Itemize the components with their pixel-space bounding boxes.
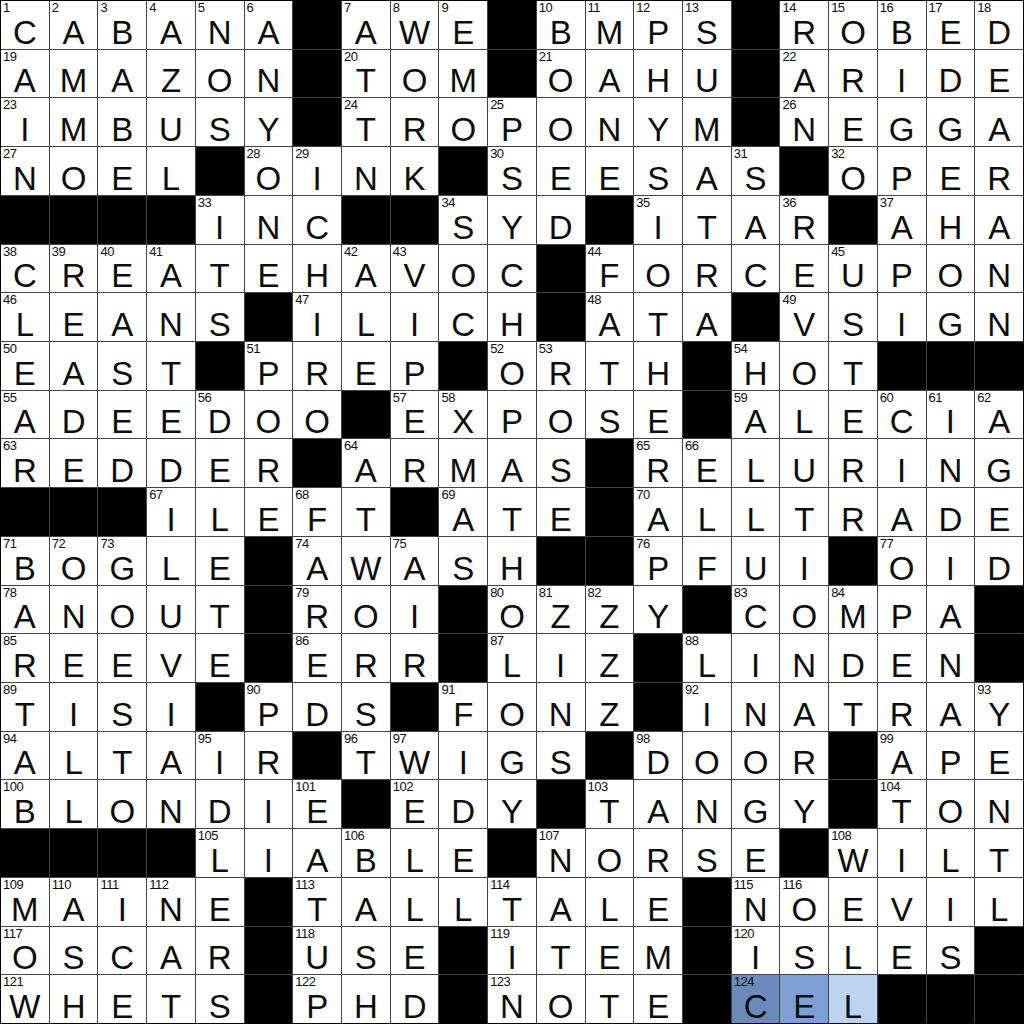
grid-cell[interactable]: 32O: [829, 147, 877, 195]
grid-cell[interactable]: A: [50, 342, 98, 390]
grid-cell[interactable]: E: [147, 391, 195, 439]
grid-cell[interactable]: 104T: [878, 780, 926, 828]
grid-cell[interactable]: 8W: [391, 1, 439, 49]
grid-cell[interactable]: O: [98, 586, 146, 634]
grid-cell[interactable]: 81Z: [537, 586, 585, 634]
grid-cell[interactable]: 17E: [927, 1, 975, 49]
grid-cell[interactable]: 63R: [1, 439, 49, 487]
grid-cell[interactable]: 3B: [98, 1, 146, 49]
grid-cell[interactable]: 74A: [293, 537, 341, 585]
grid-cell[interactable]: D: [927, 50, 975, 98]
grid-cell[interactable]: R: [245, 732, 293, 780]
grid-cell[interactable]: I: [391, 586, 439, 634]
grid-cell[interactable]: 124C: [732, 975, 780, 1023]
grid-cell[interactable]: 47I: [293, 293, 341, 341]
grid-cell[interactable]: 27N: [1, 147, 49, 195]
grid-cell[interactable]: 59A: [732, 391, 780, 439]
grid-cell[interactable]: 87L: [488, 634, 536, 682]
grid-cell[interactable]: N: [537, 683, 585, 731]
grid-cell[interactable]: 83C: [732, 586, 780, 634]
grid-cell[interactable]: R: [391, 98, 439, 146]
grid-cell[interactable]: N: [147, 780, 195, 828]
grid-cell[interactable]: I: [439, 732, 487, 780]
grid-cell[interactable]: 107N: [537, 829, 585, 877]
grid-cell[interactable]: C: [439, 293, 487, 341]
grid-cell[interactable]: 105L: [196, 829, 244, 877]
grid-cell[interactable]: L: [50, 780, 98, 828]
grid-cell[interactable]: I: [878, 50, 926, 98]
grid-cell[interactable]: S: [634, 147, 682, 195]
grid-cell[interactable]: O: [927, 245, 975, 293]
grid-cell[interactable]: D: [439, 780, 487, 828]
grid-cell[interactable]: 118U: [293, 927, 341, 975]
grid-cell[interactable]: R: [975, 147, 1023, 195]
grid-cell[interactable]: I: [50, 683, 98, 731]
grid-cell[interactable]: E: [975, 50, 1023, 98]
grid-cell[interactable]: E: [537, 147, 585, 195]
grid-cell[interactable]: 18D: [975, 1, 1023, 49]
grid-cell[interactable]: E: [829, 878, 877, 926]
grid-cell[interactable]: K: [391, 147, 439, 195]
grid-cell[interactable]: D: [829, 634, 877, 682]
grid-cell[interactable]: R: [829, 439, 877, 487]
grid-cell[interactable]: O: [196, 50, 244, 98]
grid-cell[interactable]: A: [927, 586, 975, 634]
grid-cell[interactable]: 120I: [732, 927, 780, 975]
grid-cell[interactable]: H: [488, 293, 536, 341]
grid-cell[interactable]: E: [537, 488, 585, 536]
grid-cell[interactable]: M: [50, 50, 98, 98]
grid-cell[interactable]: 108W: [829, 829, 877, 877]
grid-cell[interactable]: 123N: [488, 975, 536, 1023]
grid-cell[interactable]: 24T: [342, 98, 390, 146]
grid-cell[interactable]: S: [537, 732, 585, 780]
grid-cell[interactable]: E: [634, 878, 682, 926]
grid-cell[interactable]: S: [342, 927, 390, 975]
grid-cell[interactable]: O: [245, 391, 293, 439]
grid-cell[interactable]: L: [732, 439, 780, 487]
grid-cell[interactable]: 41A: [147, 245, 195, 293]
grid-cell[interactable]: D: [147, 439, 195, 487]
grid-cell[interactable]: U: [732, 537, 780, 585]
grid-cell[interactable]: 99A: [878, 732, 926, 780]
grid-cell[interactable]: H: [634, 342, 682, 390]
grid-cell[interactable]: O: [586, 829, 634, 877]
grid-cell[interactable]: L: [683, 488, 731, 536]
grid-cell[interactable]: 19A: [1, 50, 49, 98]
grid-cell[interactable]: L: [147, 537, 195, 585]
grid-cell[interactable]: L: [732, 488, 780, 536]
grid-cell[interactable]: U: [147, 98, 195, 146]
grid-cell[interactable]: A: [147, 927, 195, 975]
grid-cell[interactable]: 75A: [391, 537, 439, 585]
grid-cell[interactable]: R: [391, 634, 439, 682]
grid-cell[interactable]: P: [878, 147, 926, 195]
grid-cell[interactable]: 88L: [683, 634, 731, 682]
grid-cell[interactable]: N: [975, 245, 1023, 293]
grid-cell[interactable]: P: [878, 586, 926, 634]
grid-cell[interactable]: H: [927, 196, 975, 244]
grid-cell[interactable]: G: [488, 732, 536, 780]
grid-cell[interactable]: O: [537, 98, 585, 146]
grid-cell[interactable]: B: [98, 98, 146, 146]
grid-cell[interactable]: Y: [634, 586, 682, 634]
grid-cell[interactable]: 103T: [586, 780, 634, 828]
grid-cell[interactable]: 29I: [293, 147, 341, 195]
grid-cell[interactable]: 13S: [683, 1, 731, 49]
grid-cell[interactable]: 38C: [1, 245, 49, 293]
grid-cell[interactable]: T: [634, 293, 682, 341]
grid-cell[interactable]: T: [586, 975, 634, 1023]
grid-cell[interactable]: 67I: [147, 488, 195, 536]
grid-cell[interactable]: S: [683, 829, 731, 877]
grid-cell[interactable]: 66E: [683, 439, 731, 487]
grid-cell[interactable]: 15O: [829, 1, 877, 49]
grid-cell[interactable]: D: [98, 439, 146, 487]
grid-cell[interactable]: P: [878, 245, 926, 293]
grid-cell[interactable]: A: [98, 293, 146, 341]
grid-cell[interactable]: A: [293, 829, 341, 877]
grid-cell[interactable]: D: [975, 537, 1023, 585]
grid-cell[interactable]: 114T: [488, 878, 536, 926]
grid-cell[interactable]: N: [732, 683, 780, 731]
grid-cell[interactable]: T: [147, 342, 195, 390]
grid-cell[interactable]: A: [975, 196, 1023, 244]
grid-cell[interactable]: I: [537, 634, 585, 682]
grid-cell[interactable]: 112N: [147, 878, 195, 926]
grid-cell[interactable]: L: [780, 391, 828, 439]
grid-cell[interactable]: 95I: [196, 732, 244, 780]
grid-cell[interactable]: 117O: [1, 927, 49, 975]
grid-cell[interactable]: E: [98, 391, 146, 439]
grid-cell[interactable]: 102E: [391, 780, 439, 828]
grid-cell[interactable]: 62A: [975, 391, 1023, 439]
grid-cell[interactable]: E: [50, 293, 98, 341]
grid-cell[interactable]: 82Z: [586, 586, 634, 634]
grid-cell[interactable]: R: [829, 488, 877, 536]
grid-cell[interactable]: P: [391, 342, 439, 390]
grid-cell[interactable]: 51P: [245, 342, 293, 390]
grid-cell[interactable]: 57E: [391, 391, 439, 439]
grid-cell[interactable]: 1C: [1, 1, 49, 49]
grid-cell[interactable]: R: [683, 245, 731, 293]
grid-cell[interactable]: U: [147, 586, 195, 634]
grid-cell[interactable]: 23I: [1, 98, 49, 146]
grid-cell[interactable]: E: [391, 927, 439, 975]
grid-cell[interactable]: 48A: [586, 293, 634, 341]
grid-cell[interactable]: I: [927, 878, 975, 926]
grid-cell[interactable]: 71B: [1, 537, 49, 585]
grid-cell[interactable]: 96T: [342, 732, 390, 780]
grid-cell[interactable]: E: [245, 488, 293, 536]
grid-cell[interactable]: T: [196, 245, 244, 293]
grid-cell[interactable]: L: [391, 878, 439, 926]
grid-cell[interactable]: A: [98, 50, 146, 98]
grid-cell[interactable]: 42A: [342, 245, 390, 293]
grid-cell[interactable]: 56D: [196, 391, 244, 439]
grid-cell[interactable]: E: [50, 439, 98, 487]
grid-cell[interactable]: N: [586, 98, 634, 146]
grid-cell[interactable]: I: [245, 829, 293, 877]
grid-cell[interactable]: E: [98, 147, 146, 195]
grid-cell[interactable]: E: [196, 878, 244, 926]
grid-cell[interactable]: 60C: [878, 391, 926, 439]
grid-cell[interactable]: 31S: [732, 147, 780, 195]
grid-cell[interactable]: S: [537, 439, 585, 487]
grid-cell[interactable]: G: [975, 439, 1023, 487]
grid-cell[interactable]: 119I: [488, 927, 536, 975]
grid-cell[interactable]: 69A: [439, 488, 487, 536]
grid-cell[interactable]: G: [927, 98, 975, 146]
grid-cell[interactable]: N: [147, 293, 195, 341]
grid-cell[interactable]: O: [488, 683, 536, 731]
grid-cell[interactable]: D: [927, 488, 975, 536]
grid-cell[interactable]: 46L: [1, 293, 49, 341]
grid-cell[interactable]: E: [634, 391, 682, 439]
grid-cell[interactable]: C: [488, 245, 536, 293]
grid-cell[interactable]: S: [196, 98, 244, 146]
grid-cell[interactable]: E: [780, 975, 828, 1023]
grid-cell[interactable]: 36R: [780, 196, 828, 244]
grid-cell[interactable]: I: [147, 683, 195, 731]
grid-cell[interactable]: L: [50, 732, 98, 780]
grid-cell[interactable]: T: [488, 488, 536, 536]
grid-cell[interactable]: A: [732, 196, 780, 244]
grid-cell[interactable]: T: [196, 586, 244, 634]
grid-cell[interactable]: L: [586, 878, 634, 926]
grid-cell[interactable]: 111I: [98, 878, 146, 926]
grid-cell[interactable]: 39R: [50, 245, 98, 293]
grid-cell[interactable]: S: [586, 391, 634, 439]
grid-cell[interactable]: 55A: [1, 391, 49, 439]
grid-cell[interactable]: M: [683, 98, 731, 146]
grid-cell[interactable]: O: [780, 342, 828, 390]
grid-cell[interactable]: L: [391, 829, 439, 877]
grid-cell[interactable]: R: [634, 829, 682, 877]
grid-cell[interactable]: E: [634, 975, 682, 1023]
grid-cell[interactable]: O: [342, 586, 390, 634]
grid-cell[interactable]: A: [147, 732, 195, 780]
grid-cell[interactable]: T: [829, 683, 877, 731]
grid-cell[interactable]: 115N: [732, 878, 780, 926]
grid-cell[interactable]: O: [537, 975, 585, 1023]
grid-cell[interactable]: E: [975, 732, 1023, 780]
grid-cell[interactable]: Y: [488, 196, 536, 244]
grid-cell[interactable]: E: [878, 634, 926, 682]
grid-cell[interactable]: 5N: [196, 1, 244, 49]
grid-cell[interactable]: Y: [634, 98, 682, 146]
grid-cell[interactable]: O: [634, 245, 682, 293]
grid-cell[interactable]: L: [147, 147, 195, 195]
grid-cell[interactable]: S: [780, 927, 828, 975]
grid-cell[interactable]: 22A: [780, 50, 828, 98]
grid-cell[interactable]: T: [780, 488, 828, 536]
grid-cell[interactable]: 40E: [98, 245, 146, 293]
grid-cell[interactable]: G: [927, 293, 975, 341]
grid-cell[interactable]: O: [537, 391, 585, 439]
grid-cell[interactable]: T: [829, 342, 877, 390]
grid-cell[interactable]: D: [537, 196, 585, 244]
grid-cell[interactable]: 97W: [391, 732, 439, 780]
grid-cell[interactable]: M: [634, 927, 682, 975]
grid-cell[interactable]: E: [98, 975, 146, 1023]
grid-cell[interactable]: C: [732, 245, 780, 293]
grid-cell[interactable]: A: [683, 147, 731, 195]
grid-cell[interactable]: 61I: [927, 391, 975, 439]
grid-cell[interactable]: O: [439, 98, 487, 146]
grid-cell[interactable]: W: [342, 537, 390, 585]
grid-cell[interactable]: E: [196, 634, 244, 682]
grid-cell[interactable]: 25P: [488, 98, 536, 146]
grid-cell[interactable]: 54H: [732, 342, 780, 390]
grid-cell[interactable]: N: [975, 780, 1023, 828]
grid-cell[interactable]: 121W: [1, 975, 49, 1023]
grid-cell[interactable]: O: [50, 147, 98, 195]
grid-cell[interactable]: U: [683, 50, 731, 98]
grid-cell[interactable]: A: [537, 878, 585, 926]
grid-cell[interactable]: T: [975, 829, 1023, 877]
grid-cell[interactable]: 58X: [439, 391, 487, 439]
grid-cell[interactable]: I: [878, 293, 926, 341]
grid-cell[interactable]: A: [975, 98, 1023, 146]
grid-cell[interactable]: 10B: [537, 1, 585, 49]
grid-cell[interactable]: U: [780, 439, 828, 487]
grid-cell[interactable]: 45U: [829, 245, 877, 293]
grid-cell[interactable]: R: [293, 342, 341, 390]
grid-cell[interactable]: 53R: [537, 342, 585, 390]
grid-cell[interactable]: A: [780, 683, 828, 731]
grid-cell[interactable]: L: [196, 488, 244, 536]
grid-cell[interactable]: I: [245, 780, 293, 828]
grid-cell[interactable]: 101E: [293, 780, 341, 828]
grid-cell[interactable]: E: [586, 147, 634, 195]
grid-cell[interactable]: 65R: [634, 439, 682, 487]
grid-cell[interactable]: 72O: [50, 537, 98, 585]
grid-cell[interactable]: E: [196, 537, 244, 585]
grid-cell[interactable]: E: [878, 927, 926, 975]
grid-cell[interactable]: 78A: [1, 586, 49, 634]
grid-cell[interactable]: N: [780, 634, 828, 682]
grid-cell[interactable]: A: [342, 878, 390, 926]
grid-cell[interactable]: L: [829, 975, 877, 1023]
grid-cell[interactable]: N: [927, 634, 975, 682]
grid-cell[interactable]: 6A: [245, 1, 293, 49]
grid-cell[interactable]: R: [878, 683, 926, 731]
grid-cell[interactable]: 50E: [1, 342, 49, 390]
grid-cell[interactable]: 77O: [878, 537, 926, 585]
grid-cell[interactable]: 106B: [342, 829, 390, 877]
grid-cell[interactable]: C: [293, 196, 341, 244]
grid-cell[interactable]: I: [878, 439, 926, 487]
grid-cell[interactable]: 9E: [439, 1, 487, 49]
grid-cell[interactable]: T: [98, 732, 146, 780]
grid-cell[interactable]: 28O: [245, 147, 293, 195]
grid-cell[interactable]: O: [391, 50, 439, 98]
grid-cell[interactable]: A: [927, 683, 975, 731]
grid-cell[interactable]: C: [98, 927, 146, 975]
grid-cell[interactable]: 4A: [147, 1, 195, 49]
grid-cell[interactable]: A: [488, 439, 536, 487]
grid-cell[interactable]: Y: [245, 98, 293, 146]
grid-cell[interactable]: P: [488, 391, 536, 439]
grid-cell[interactable]: E: [780, 245, 828, 293]
grid-cell[interactable]: 89T: [1, 683, 49, 731]
grid-cell[interactable]: R: [245, 439, 293, 487]
grid-cell[interactable]: 90P: [245, 683, 293, 731]
grid-cell[interactable]: N: [245, 50, 293, 98]
grid-cell[interactable]: E: [927, 147, 975, 195]
grid-cell[interactable]: A: [634, 780, 682, 828]
grid-cell[interactable]: 64A: [342, 439, 390, 487]
grid-cell[interactable]: 26N: [780, 98, 828, 146]
grid-cell[interactable]: 116O: [780, 878, 828, 926]
grid-cell[interactable]: I: [780, 537, 828, 585]
grid-cell[interactable]: 109M: [1, 878, 49, 926]
grid-cell[interactable]: A: [683, 293, 731, 341]
grid-cell[interactable]: L: [829, 927, 877, 975]
grid-cell[interactable]: E: [975, 488, 1023, 536]
grid-cell[interactable]: 12P: [634, 1, 682, 49]
grid-cell[interactable]: O: [293, 391, 341, 439]
grid-cell[interactable]: E: [196, 439, 244, 487]
grid-cell[interactable]: 98D: [634, 732, 682, 780]
grid-cell[interactable]: M: [50, 98, 98, 146]
grid-cell[interactable]: E: [829, 391, 877, 439]
grid-cell[interactable]: 37A: [878, 196, 926, 244]
grid-cell[interactable]: 33I: [196, 196, 244, 244]
grid-cell[interactable]: E: [732, 829, 780, 877]
grid-cell[interactable]: Z: [147, 50, 195, 98]
grid-cell[interactable]: E: [439, 829, 487, 877]
grid-cell[interactable]: 34S: [439, 196, 487, 244]
grid-cell[interactable]: E: [50, 634, 98, 682]
grid-cell[interactable]: 92I: [683, 683, 731, 731]
grid-cell[interactable]: V: [147, 634, 195, 682]
grid-cell[interactable]: D: [196, 780, 244, 828]
grid-cell[interactable]: 76P: [634, 537, 682, 585]
grid-cell[interactable]: D: [50, 391, 98, 439]
grid-cell[interactable]: N: [245, 196, 293, 244]
grid-cell[interactable]: 68F: [293, 488, 341, 536]
grid-cell[interactable]: I: [391, 293, 439, 341]
grid-cell[interactable]: 100B: [1, 780, 49, 828]
grid-cell[interactable]: H: [342, 975, 390, 1023]
grid-cell[interactable]: I: [732, 634, 780, 682]
grid-cell[interactable]: N: [342, 147, 390, 195]
grid-cell[interactable]: P: [927, 732, 975, 780]
grid-cell[interactable]: S: [927, 927, 975, 975]
grid-cell[interactable]: 2A: [50, 1, 98, 49]
grid-cell[interactable]: 7A: [342, 1, 390, 49]
grid-cell[interactable]: 43V: [391, 245, 439, 293]
grid-cell[interactable]: O: [732, 732, 780, 780]
grid-cell[interactable]: S: [196, 293, 244, 341]
grid-cell[interactable]: O: [439, 245, 487, 293]
grid-cell[interactable]: E: [342, 342, 390, 390]
grid-cell[interactable]: 85R: [1, 634, 49, 682]
grid-cell[interactable]: V: [878, 878, 926, 926]
grid-cell[interactable]: S: [829, 293, 877, 341]
grid-cell[interactable]: N: [683, 780, 731, 828]
grid-cell[interactable]: 79R: [293, 586, 341, 634]
grid-cell[interactable]: Z: [586, 683, 634, 731]
grid-cell[interactable]: E: [829, 98, 877, 146]
grid-cell[interactable]: 20T: [342, 50, 390, 98]
grid-cell[interactable]: H: [50, 975, 98, 1023]
grid-cell[interactable]: Z: [586, 634, 634, 682]
grid-cell[interactable]: E: [245, 245, 293, 293]
grid-cell[interactable]: 30S: [488, 147, 536, 195]
